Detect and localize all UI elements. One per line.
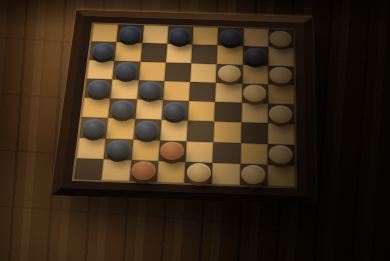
dark-piece[interactable] [86, 80, 111, 98]
square-r6c2 [106, 118, 135, 139]
square-r4c4 [163, 81, 190, 101]
square-r5c3 [135, 99, 163, 120]
light-piece[interactable] [270, 67, 293, 84]
square-r3c7 [242, 65, 268, 85]
square-r7c1 [77, 137, 106, 159]
square-r7c6 [213, 142, 241, 164]
square-r2c2 [115, 42, 142, 61]
square-r4c3 [137, 80, 165, 100]
dark-piece[interactable] [91, 43, 115, 60]
dark-piece[interactable] [110, 100, 135, 118]
dark-piece[interactable] [81, 119, 106, 137]
square-r8c4 [157, 161, 186, 183]
square-r7c8 [267, 144, 294, 166]
square-r2c7 [242, 46, 268, 65]
square-r3c4 [164, 62, 191, 82]
square-r2c3 [140, 43, 167, 62]
square-r5c5 [188, 101, 215, 122]
board-perspective-wrapper [51, 10, 317, 204]
square-r1c7 [243, 28, 268, 47]
square-r4c6 [215, 83, 242, 103]
square-r4c7 [242, 83, 268, 103]
dark-piece[interactable] [138, 81, 162, 99]
light-piece[interactable] [269, 145, 293, 164]
dark-piece[interactable] [106, 140, 131, 159]
light-piece[interactable] [186, 163, 211, 183]
dark-piece[interactable] [219, 29, 242, 45]
square-r6c1 [79, 117, 108, 138]
dark-piece[interactable] [163, 101, 187, 119]
square-r5c7 [241, 103, 268, 124]
square-r8c6 [212, 163, 240, 185]
dark-piece[interactable] [118, 26, 142, 42]
square-r1c6 [218, 28, 244, 47]
board-grid [72, 22, 297, 188]
square-r2c4 [166, 44, 193, 63]
square-r7c7 [240, 143, 267, 165]
square-r1c3 [142, 25, 169, 44]
square-r6c6 [214, 122, 241, 143]
light-piece[interactable] [269, 105, 292, 123]
square-r6c8 [267, 123, 294, 144]
square-r3c8 [268, 65, 294, 85]
square-r3c1 [87, 60, 115, 80]
dark-piece[interactable] [114, 62, 138, 79]
square-r7c5 [185, 141, 213, 163]
square-r2c5 [191, 45, 217, 64]
square-r7c2 [104, 138, 133, 160]
square-r8c8 [267, 165, 295, 187]
square-r8c2 [102, 159, 131, 181]
dark-piece[interactable] [135, 120, 160, 138]
light-piece[interactable] [241, 165, 265, 185]
square-r6c7 [241, 122, 268, 143]
square-r6c3 [133, 119, 161, 140]
square-r5c8 [268, 104, 295, 125]
light-piece[interactable] [131, 161, 157, 180]
square-r8c5 [184, 162, 213, 184]
square-r3c3 [138, 61, 165, 81]
square-r4c5 [189, 82, 216, 102]
table-scene [0, 0, 390, 261]
light-piece[interactable] [218, 65, 241, 82]
square-r3c5 [190, 63, 217, 83]
square-r2c6 [217, 45, 243, 64]
dark-piece[interactable] [244, 47, 267, 64]
square-r3c2 [113, 61, 141, 81]
square-r5c2 [108, 98, 136, 119]
square-r5c6 [214, 102, 241, 123]
light-piece[interactable] [160, 141, 185, 160]
square-r2c1 [89, 41, 116, 60]
light-piece[interactable] [270, 30, 292, 46]
dark-piece[interactable] [169, 27, 192, 43]
square-r7c4 [158, 140, 186, 162]
square-r3c6 [216, 64, 242, 84]
square-r5c1 [82, 98, 111, 119]
square-r4c2 [110, 79, 138, 99]
square-r1c4 [167, 26, 193, 45]
square-r8c3 [129, 160, 158, 182]
checkers-board-frame [51, 10, 317, 204]
square-r5c4 [161, 100, 189, 121]
square-r1c2 [117, 24, 144, 43]
square-r7c3 [131, 139, 160, 161]
square-r6c4 [160, 120, 188, 141]
square-r1c8 [268, 29, 293, 48]
square-r1c5 [192, 27, 218, 46]
square-r8c1 [74, 158, 104, 180]
square-r1c1 [91, 24, 118, 43]
square-r4c8 [268, 84, 294, 104]
light-piece[interactable] [243, 85, 266, 103]
square-r8c7 [239, 164, 267, 186]
square-r2c8 [268, 47, 294, 66]
square-r4c1 [84, 78, 112, 98]
square-r6c5 [187, 121, 215, 142]
